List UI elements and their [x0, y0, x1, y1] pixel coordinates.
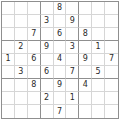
cell-r6c9[interactable] — [105, 66, 118, 79]
cell-r4c9[interactable] — [105, 41, 118, 54]
cell-r9c5[interactable]: 7 — [54, 105, 67, 118]
cell-r5c3[interactable]: 6 — [28, 54, 41, 67]
cell-r2c1[interactable] — [2, 15, 15, 28]
cell-r6c7[interactable] — [79, 66, 92, 79]
cell-r9c1[interactable] — [2, 105, 15, 118]
cell-r4c6[interactable]: 3 — [66, 41, 79, 54]
cell-r8c6[interactable]: 1 — [66, 92, 79, 105]
cell-r1c9[interactable] — [105, 2, 118, 15]
cell-r1c4[interactable] — [41, 2, 54, 15]
cell-r4c4[interactable]: 9 — [41, 41, 54, 54]
cell-r5c2[interactable] — [15, 54, 28, 67]
cell-r8c7[interactable] — [79, 92, 92, 105]
cell-r2c7[interactable] — [79, 15, 92, 28]
cell-r1c3[interactable] — [28, 2, 41, 15]
cell-r8c9[interactable] — [105, 92, 118, 105]
cell-r5c7[interactable]: 9 — [79, 54, 92, 67]
cell-r2c9[interactable] — [105, 15, 118, 28]
cell-r6c3[interactable] — [28, 66, 41, 79]
cell-r3c3[interactable]: 7 — [28, 28, 41, 41]
cell-r6c2[interactable]: 3 — [15, 66, 28, 79]
cell-r6c4[interactable]: 6 — [41, 66, 54, 79]
cell-r5c9[interactable]: 7 — [105, 54, 118, 67]
cell-r1c1[interactable] — [2, 2, 15, 15]
cell-r2c5[interactable] — [54, 15, 67, 28]
cell-r7c6[interactable] — [66, 79, 79, 92]
cell-r9c3[interactable] — [28, 105, 41, 118]
cell-r5c5[interactable]: 4 — [54, 54, 67, 67]
cell-r6c5[interactable] — [54, 66, 67, 79]
cell-r8c1[interactable] — [2, 92, 15, 105]
cell-r9c9[interactable] — [105, 105, 118, 118]
cell-r2c6[interactable]: 9 — [66, 15, 79, 28]
cell-r9c2[interactable] — [15, 105, 28, 118]
cell-r7c2[interactable] — [15, 79, 28, 92]
cell-r1c8[interactable] — [92, 2, 105, 15]
cell-r3c6[interactable] — [66, 28, 79, 41]
cell-r6c1[interactable] — [2, 66, 15, 79]
cell-r8c8[interactable] — [92, 92, 105, 105]
cell-r3c8[interactable] — [92, 28, 105, 41]
cell-r4c1[interactable] — [2, 41, 15, 54]
cell-r9c7[interactable] — [79, 105, 92, 118]
cell-r2c8[interactable] — [92, 15, 105, 28]
cell-r1c7[interactable] — [79, 2, 92, 15]
cell-r7c4[interactable] — [41, 79, 54, 92]
cell-r7c3[interactable]: 8 — [28, 79, 41, 92]
cell-r5c1[interactable]: 1 — [2, 54, 15, 67]
cell-r7c5[interactable]: 9 — [54, 79, 67, 92]
cell-r4c3[interactable] — [28, 41, 41, 54]
cell-r3c7[interactable]: 8 — [79, 28, 92, 41]
cell-r2c4[interactable]: 3 — [41, 15, 54, 28]
cell-r5c4[interactable] — [41, 54, 54, 67]
cell-r9c6[interactable] — [66, 105, 79, 118]
cell-r2c3[interactable] — [28, 15, 41, 28]
cell-r5c6[interactable] — [66, 54, 79, 67]
sudoku-board-wrap: 8397682931164973675894217 — [1, 1, 119, 119]
cell-r6c6[interactable]: 7 — [66, 66, 79, 79]
cell-r4c2[interactable]: 2 — [15, 41, 28, 54]
cell-r8c2[interactable] — [15, 92, 28, 105]
cell-r7c9[interactable] — [105, 79, 118, 92]
cell-r5c8[interactable] — [92, 54, 105, 67]
cell-r1c2[interactable] — [15, 2, 28, 15]
cell-r8c3[interactable] — [28, 92, 41, 105]
cell-r9c8[interactable] — [92, 105, 105, 118]
cell-r1c6[interactable] — [66, 2, 79, 15]
cell-r7c1[interactable] — [2, 79, 15, 92]
cell-r7c7[interactable]: 4 — [79, 79, 92, 92]
cell-r4c7[interactable] — [79, 41, 92, 54]
cell-r2c2[interactable] — [15, 15, 28, 28]
cell-r3c4[interactable] — [41, 28, 54, 41]
cell-r3c9[interactable] — [105, 28, 118, 41]
sudoku-grid: 8397682931164973675894217 — [1, 1, 119, 119]
cell-r7c8[interactable] — [92, 79, 105, 92]
cell-r4c5[interactable] — [54, 41, 67, 54]
cell-r3c5[interactable]: 6 — [54, 28, 67, 41]
cell-r4c8[interactable]: 1 — [92, 41, 105, 54]
cell-r6c8[interactable]: 5 — [92, 66, 105, 79]
cell-r1c5[interactable]: 8 — [54, 2, 67, 15]
cell-r9c4[interactable] — [41, 105, 54, 118]
cell-r3c2[interactable] — [15, 28, 28, 41]
cell-r8c5[interactable] — [54, 92, 67, 105]
cell-r8c4[interactable]: 2 — [41, 92, 54, 105]
cell-r3c1[interactable] — [2, 28, 15, 41]
